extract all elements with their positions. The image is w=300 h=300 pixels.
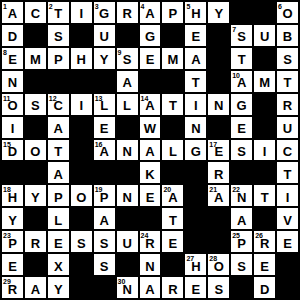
letter-cell-r11c6[interactable]: U <box>117 231 138 252</box>
cell-letter: G <box>99 7 109 20</box>
cell-letter: X <box>54 260 63 273</box>
letter-cell-r11c5[interactable]: S <box>94 231 115 252</box>
black-cell-r6c2 <box>25 117 46 138</box>
letter-cell-r4c1[interactable]: N <box>2 71 23 92</box>
letter-cell-r9c7[interactable]: E <box>140 185 161 206</box>
cell-letter: O <box>30 145 40 158</box>
clue-number-14: 14 <box>141 95 149 102</box>
cell-letter: R <box>168 283 177 296</box>
letter-cell-r11c8[interactable]: E <box>162 231 183 252</box>
cell-letter: P <box>169 7 178 20</box>
letter-cell-r12c7[interactable]: N <box>140 254 161 275</box>
clue-number-16: 16 <box>95 141 103 148</box>
cell-letter: S <box>237 145 246 158</box>
black-cell-r10c9 <box>185 208 206 229</box>
letter-cell-r7c1[interactable]: 15D <box>2 140 23 161</box>
black-cell-r6c6 <box>117 117 138 138</box>
cell-letter: H <box>77 53 86 66</box>
clue-number-23: 23 <box>3 232 11 239</box>
letter-cell-r3c8[interactable]: M <box>162 48 183 69</box>
letter-cell-r12c10[interactable]: 28O <box>208 254 229 275</box>
clue-number-30: 30 <box>118 278 126 285</box>
cell-letter: T <box>238 53 246 66</box>
letter-cell-r1c6[interactable]: R <box>117 2 138 23</box>
black-cell-r2c6 <box>117 25 138 46</box>
cell-letter: G <box>145 30 155 43</box>
black-cell-r6c10 <box>208 117 229 138</box>
cell-letter: S <box>123 53 132 66</box>
clue-number-13: 13 <box>95 95 103 102</box>
black-cell-r10c2 <box>25 208 46 229</box>
clue-number-21: 21 <box>209 186 217 193</box>
cell-letter: I <box>263 145 267 158</box>
cell-letter: T <box>169 214 177 227</box>
clue-number-27: 27 <box>186 255 194 262</box>
black-cell-r10c12 <box>254 208 275 229</box>
letter-cell-r4c11[interactable]: 10A <box>231 71 252 92</box>
cell-letter: R <box>31 237 40 250</box>
black-cell-r13c5 <box>94 277 115 298</box>
letter-cell-r7c6[interactable]: N <box>117 140 138 161</box>
letter-cell-r5c3[interactable]: 12C <box>48 94 69 115</box>
black-cell-r6c12 <box>254 117 275 138</box>
letter-cell-r6c1[interactable]: I <box>2 117 23 138</box>
cell-letter: E <box>146 53 155 66</box>
letter-cell-r2c13[interactable]: B <box>277 25 298 46</box>
cell-letter: E <box>54 237 63 250</box>
letter-cell-r11c7[interactable]: 24R <box>140 231 161 252</box>
cell-letter: L <box>54 214 62 227</box>
letter-cell-r8c13[interactable]: T <box>277 162 298 183</box>
black-cell-r6c4 <box>71 117 92 138</box>
clue-number-3: 3 <box>95 3 99 10</box>
cell-letter: N <box>122 191 131 204</box>
black-cell-r2c10 <box>208 25 229 46</box>
cell-letter: E <box>260 260 269 273</box>
letter-cell-r2c7[interactable]: G <box>140 25 161 46</box>
black-cell-r6c8 <box>162 117 183 138</box>
cell-letter: E <box>8 53 17 66</box>
letter-cell-r12c9[interactable]: 27H <box>185 254 206 275</box>
clue-number-17: 17 <box>209 141 217 148</box>
clue-number-7: 7 <box>232 26 236 33</box>
cell-letter: A <box>145 7 154 20</box>
cell-letter: A <box>54 122 63 135</box>
letter-cell-r13c12[interactable]: D <box>254 277 275 298</box>
cell-letter: A <box>99 214 108 227</box>
clue-number-4: 4 <box>141 3 145 10</box>
cell-letter: A <box>54 168 63 181</box>
clue-number-18: 18 <box>3 186 11 193</box>
cell-letter: Y <box>31 191 40 204</box>
letter-cell-r9c12[interactable]: T <box>254 185 275 206</box>
letter-cell-r8c3[interactable]: A <box>48 162 69 183</box>
cell-letter: S <box>100 260 109 273</box>
cell-letter: C <box>31 7 40 20</box>
letter-cell-r7c7[interactable]: A <box>140 140 161 161</box>
clue-number-6: 6 <box>278 3 282 10</box>
cell-letter: P <box>54 53 63 66</box>
letter-cell-r11c11[interactable]: 25P <box>231 231 252 252</box>
letter-cell-r11c13[interactable]: E <box>277 231 298 252</box>
black-cell-r2c8 <box>162 25 183 46</box>
black-cell-r11c10 <box>208 231 229 252</box>
cell-letter: S <box>214 283 223 296</box>
letter-cell-r4c6[interactable]: A <box>117 71 138 92</box>
clue-number-2: 2 <box>49 3 53 10</box>
clue-number-12: 12 <box>49 95 57 102</box>
black-cell-r7c4 <box>71 140 92 161</box>
cell-letter: I <box>79 7 83 20</box>
letter-cell-r10c1[interactable]: Y <box>2 208 23 229</box>
black-cell-r13c11 <box>231 277 252 298</box>
clue-number-9: 9 <box>118 49 122 56</box>
letter-cell-r12c11[interactable]: S <box>231 254 252 275</box>
letter-cell-r5c2[interactable]: S <box>25 94 46 115</box>
letter-cell-r8c10[interactable]: R <box>208 162 229 183</box>
letter-cell-r13c3[interactable]: Y <box>48 277 69 298</box>
black-cell-r10c10 <box>208 208 229 229</box>
cell-letter: G <box>237 99 247 112</box>
letter-cell-r4c13[interactable]: T <box>277 71 298 92</box>
cell-letter: P <box>54 191 63 204</box>
cell-letter: M <box>30 53 41 66</box>
black-cell-r10c7 <box>140 208 161 229</box>
cell-letter: A <box>145 283 154 296</box>
letter-cell-r13c7[interactable]: A <box>140 277 161 298</box>
cell-letter: T <box>284 76 292 89</box>
cell-letter: O <box>76 191 86 204</box>
cell-letter: A <box>145 145 154 158</box>
letter-cell-r7c3[interactable]: T <box>48 140 69 161</box>
letter-cell-r3c3[interactable]: P <box>48 48 69 69</box>
letter-cell-r4c12[interactable]: M <box>254 71 275 92</box>
black-cell-r13c4 <box>71 277 92 298</box>
black-cell-r9c9 <box>185 185 206 206</box>
black-cell-r4c10 <box>208 71 229 92</box>
letter-cell-r1c7[interactable]: 4A <box>140 2 161 23</box>
clue-number-11: 11 <box>3 95 10 102</box>
letter-cell-r3c4[interactable]: H <box>71 48 92 69</box>
cell-letter: S <box>237 30 246 43</box>
letter-cell-r2c9[interactable]: E <box>185 25 206 46</box>
letter-cell-r6c9[interactable]: N <box>185 117 206 138</box>
cell-letter: K <box>145 168 154 181</box>
clue-number-24: 24 <box>141 232 149 239</box>
letter-cell-r9c4[interactable]: O <box>71 185 92 206</box>
cell-letter: R <box>214 168 223 181</box>
black-cell-r2c4 <box>71 25 92 46</box>
black-cell-r8c12 <box>254 162 275 183</box>
cell-letter: S <box>31 99 40 112</box>
cell-letter: E <box>8 260 17 273</box>
cell-letter: D <box>260 283 269 296</box>
letter-cell-r7c5[interactable]: 16A <box>94 140 115 161</box>
cell-letter: A <box>237 214 246 227</box>
cell-letter: S <box>283 53 292 66</box>
letter-cell-r1c3[interactable]: 2T <box>48 2 69 23</box>
letter-cell-r10c3[interactable]: L <box>48 208 69 229</box>
letter-cell-r12c12[interactable]: E <box>254 254 275 275</box>
cell-letter: N <box>191 122 200 135</box>
cell-letter: U <box>260 30 269 43</box>
letter-cell-r7c8[interactable]: L <box>162 140 183 161</box>
letter-cell-r12c1[interactable]: E <box>2 254 23 275</box>
cell-letter: M <box>167 53 178 66</box>
cell-letter: U <box>99 30 108 43</box>
black-cell-r8c4 <box>71 162 92 183</box>
letter-cell-r5c1[interactable]: 11O <box>2 94 23 115</box>
black-cell-r11c9 <box>185 231 206 252</box>
cell-letter: N <box>214 99 223 112</box>
clue-number-1: 1 <box>3 3 7 10</box>
cell-letter: Y <box>8 214 17 227</box>
black-cell-r4c5 <box>94 71 115 92</box>
cell-letter: E <box>237 122 246 135</box>
letter-cell-r1c13[interactable]: 6O <box>277 2 298 23</box>
letter-cell-r13c8[interactable]: R <box>162 277 183 298</box>
black-cell-r10c6 <box>117 208 138 229</box>
letter-cell-r1c10[interactable]: Y <box>208 2 229 23</box>
letter-cell-r12c3[interactable]: X <box>48 254 69 275</box>
clue-number-8: 8 <box>3 49 7 56</box>
clue-number-20: 20 <box>163 186 171 193</box>
black-cell-r12c8 <box>162 254 183 275</box>
letter-cell-r7c13[interactable]: C <box>277 140 298 161</box>
letter-cell-r13c2[interactable]: A <box>25 277 46 298</box>
letter-cell-r11c12[interactable]: 26R <box>254 231 275 252</box>
letter-cell-r1c1[interactable]: 1A <box>2 2 23 23</box>
cell-letter: S <box>77 237 86 250</box>
letter-cell-r13c9[interactable]: E <box>185 277 206 298</box>
letter-cell-r7c12[interactable]: I <box>254 140 275 161</box>
black-cell-r8c11 <box>231 162 252 183</box>
black-cell-r4c7 <box>140 71 161 92</box>
cell-letter: I <box>11 122 15 135</box>
letter-cell-r1c4[interactable]: I <box>71 2 92 23</box>
cell-letter: D <box>8 30 17 43</box>
cell-letter: N <box>8 76 17 89</box>
black-cell-r4c2 <box>25 71 46 92</box>
letter-cell-r13c6[interactable]: 30N <box>117 277 138 298</box>
cell-letter: B <box>283 30 292 43</box>
cell-letter: S <box>54 30 63 43</box>
cell-letter: W <box>144 122 156 135</box>
cell-letter: S <box>100 237 109 250</box>
letter-cell-r11c4[interactable]: S <box>71 231 92 252</box>
letter-cell-r3c6[interactable]: 9S <box>117 48 138 69</box>
letter-cell-r5c11[interactable]: G <box>231 94 252 115</box>
letter-cell-r7c11[interactable]: S <box>231 140 252 161</box>
black-cell-r8c1 <box>2 162 23 183</box>
black-cell-r4c4 <box>71 71 92 92</box>
cell-letter: E <box>283 237 292 250</box>
black-cell-r12c4 <box>71 254 92 275</box>
cell-letter: H <box>191 7 200 20</box>
cell-letter: E <box>100 122 109 135</box>
letter-cell-r5c8[interactable]: T <box>162 94 183 115</box>
letter-cell-r3c5[interactable]: Y <box>94 48 115 69</box>
cell-letter: Y <box>100 53 109 66</box>
letter-cell-r7c2[interactable]: O <box>25 140 46 161</box>
letter-cell-r6c13[interactable]: U <box>277 117 298 138</box>
letter-cell-r6c7[interactable]: W <box>140 117 161 138</box>
cell-letter: E <box>192 30 201 43</box>
letter-cell-r2c11[interactable]: 7S <box>231 25 252 46</box>
letter-cell-r4c9[interactable]: T <box>185 71 206 92</box>
cell-letter: A <box>31 283 40 296</box>
clue-number-19: 19 <box>95 186 103 193</box>
letter-cell-r10c11[interactable]: A <box>231 208 252 229</box>
black-cell-r12c13 <box>277 254 298 275</box>
letter-cell-r3c7[interactable]: E <box>140 48 161 69</box>
letter-cell-r9c5[interactable]: 19P <box>94 185 115 206</box>
cell-letter: T <box>54 145 62 158</box>
clue-number-10: 10 <box>232 72 240 79</box>
letter-cell-r1c2[interactable]: C <box>25 2 46 23</box>
cell-letter: L <box>123 99 131 112</box>
letter-cell-r9c3[interactable]: P <box>48 185 69 206</box>
cell-letter: Y <box>214 7 223 20</box>
letter-cell-r9c1[interactable]: 18H <box>2 185 23 206</box>
letter-cell-r5c9[interactable]: I <box>185 94 206 115</box>
letter-cell-r2c12[interactable]: U <box>254 25 275 46</box>
letter-cell-r5c6[interactable]: L <box>117 94 138 115</box>
cell-letter: S <box>237 260 246 273</box>
letter-cell-r5c4[interactable]: I <box>71 94 92 115</box>
black-cell-r2c2 <box>25 25 46 46</box>
letter-cell-r3c2[interactable]: M <box>25 48 46 69</box>
letter-cell-r2c3[interactable]: S <box>48 25 69 46</box>
cell-letter: A <box>122 76 131 89</box>
cell-letter: L <box>169 145 177 158</box>
letter-cell-r11c2[interactable]: R <box>25 231 46 252</box>
letter-cell-r9c6[interactable]: N <box>117 185 138 206</box>
letter-cell-r3c13[interactable]: S <box>277 48 298 69</box>
cell-letter: T <box>192 76 200 89</box>
black-cell-r12c2 <box>25 254 46 275</box>
clue-number-29: 29 <box>3 278 11 285</box>
cell-letter: E <box>192 283 201 296</box>
letter-cell-r9c8[interactable]: 20A <box>162 185 183 206</box>
letter-cell-r1c9[interactable]: 5H <box>185 2 206 23</box>
letter-cell-r3c11[interactable]: T <box>231 48 252 69</box>
cell-letter: T <box>54 7 62 20</box>
letter-cell-r6c3[interactable]: A <box>48 117 69 138</box>
letter-cell-r10c13[interactable]: V <box>277 208 298 229</box>
black-cell-r1c11 <box>231 2 252 23</box>
letter-cell-r3c9[interactable]: A <box>185 48 206 69</box>
cell-letter: R <box>283 99 292 112</box>
clue-number-5: 5 <box>186 3 190 10</box>
letter-cell-r13c10[interactable]: S <box>208 277 229 298</box>
letter-cell-r5c7[interactable]: 14A <box>140 94 161 115</box>
letter-cell-r9c10[interactable]: 21A <box>208 185 229 206</box>
black-cell-r5c12 <box>254 94 275 115</box>
black-cell-r8c9 <box>185 162 206 183</box>
letter-cell-r11c1[interactable]: 23P <box>2 231 23 252</box>
letter-cell-r3c1[interactable]: 8E <box>2 48 23 69</box>
clue-number-15: 15 <box>3 141 11 148</box>
black-cell-r8c5 <box>94 162 115 183</box>
letter-cell-r6c5[interactable]: E <box>94 117 115 138</box>
cell-letter: N <box>145 260 154 273</box>
cell-letter: M <box>259 76 270 89</box>
letter-cell-r12c5[interactable]: S <box>94 254 115 275</box>
black-cell-r10c4 <box>71 208 92 229</box>
letter-cell-r10c8[interactable]: T <box>162 208 183 229</box>
clue-number-26: 26 <box>255 232 263 239</box>
letter-cell-r5c5[interactable]: 13L <box>94 94 115 115</box>
cell-letter: O <box>282 7 292 20</box>
cell-letter: I <box>79 99 83 112</box>
black-cell-r12c6 <box>117 254 138 275</box>
clue-number-22: 22 <box>232 186 240 193</box>
cell-letter: N <box>122 145 131 158</box>
clue-number-25: 25 <box>232 232 240 239</box>
cell-letter: T <box>169 99 177 112</box>
black-cell-r8c2 <box>25 162 46 183</box>
letter-cell-r8c7[interactable]: K <box>140 162 161 183</box>
clue-number-28: 28 <box>209 255 217 262</box>
cell-letter: T <box>284 168 292 181</box>
cell-letter: G <box>191 145 201 158</box>
cell-letter: A <box>191 53 200 66</box>
letter-cell-r7c10[interactable]: 17E <box>208 140 229 161</box>
black-cell-r4c8 <box>162 71 183 92</box>
cell-letter: I <box>286 191 290 204</box>
cell-letter: U <box>283 122 292 135</box>
letter-cell-r10c5[interactable]: A <box>94 208 115 229</box>
black-cell-r3c12 <box>254 48 275 69</box>
cell-letter: E <box>169 237 178 250</box>
letter-cell-r6c11[interactable]: E <box>231 117 252 138</box>
cell-letter: V <box>283 214 292 227</box>
cell-letter: U <box>122 237 131 250</box>
letter-cell-r7c9[interactable]: G <box>185 140 206 161</box>
letter-cell-r9c13[interactable]: I <box>277 185 298 206</box>
cell-letter: C <box>283 145 292 158</box>
letter-cell-r1c8[interactable]: P <box>162 2 183 23</box>
cell-letter: I <box>194 99 198 112</box>
letter-cell-r2c1[interactable]: D <box>2 25 23 46</box>
cell-letter: Y <box>54 283 63 296</box>
letter-cell-r5c10[interactable]: N <box>208 94 229 115</box>
black-cell-r3c10 <box>208 48 229 69</box>
cell-letter: E <box>146 191 155 204</box>
cell-letter: A <box>8 7 17 20</box>
cell-letter: R <box>122 7 131 20</box>
black-cell-r1c12 <box>254 2 275 23</box>
letter-cell-r9c11[interactable]: 22N <box>231 185 252 206</box>
cell-letter: T <box>261 191 269 204</box>
black-cell-r8c6 <box>117 162 138 183</box>
black-cell-r8c8 <box>162 162 183 183</box>
letter-cell-r11c3[interactable]: E <box>48 231 69 252</box>
crossword-board: 1AC2TI3GR4AP5HY6ODSUGE7SUB8EMPHY9SEMATSN… <box>0 0 300 300</box>
letter-cell-r5c13[interactable]: R <box>277 94 298 115</box>
letter-cell-r2c5[interactable]: U <box>94 25 115 46</box>
letter-cell-r13c1[interactable]: 29R <box>2 277 23 298</box>
black-cell-r4c3 <box>48 71 69 92</box>
letter-cell-r1c5[interactable]: 3G <box>94 2 115 23</box>
letter-cell-r9c2[interactable]: Y <box>25 185 46 206</box>
black-cell-r13c13 <box>277 277 298 298</box>
